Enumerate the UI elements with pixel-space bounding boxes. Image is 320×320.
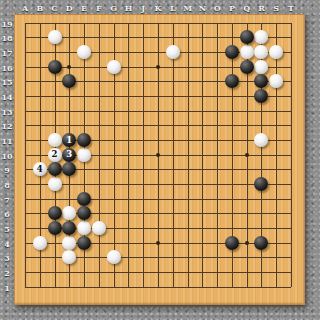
- coord-label-row-13: 13: [1, 108, 12, 116]
- stone-black-D11[interactable]: 1: [62, 133, 76, 147]
- coord-label-row-17: 17: [1, 49, 12, 57]
- coord-label-row-10: 10: [1, 152, 12, 160]
- go-app-scene: ABCDEFGHJKLMNOPQRST191817161514131211109…: [0, 0, 320, 320]
- stone-white-C10[interactable]: 2: [48, 148, 62, 162]
- coord-label-column-L: L: [170, 4, 176, 12]
- stone-black-P17[interactable]: [225, 45, 239, 59]
- move-number-label-2: 2: [52, 150, 58, 159]
- grid-line-vertical-M: [188, 23, 189, 287]
- stone-white-L17[interactable]: [166, 45, 180, 59]
- coord-label-row-1: 1: [4, 284, 10, 292]
- coord-label-column-C: C: [51, 4, 57, 12]
- stone-white-E5[interactable]: [77, 221, 91, 235]
- stone-black-D5[interactable]: [62, 221, 76, 235]
- coord-label-column-E: E: [81, 4, 87, 12]
- coord-label-row-14: 14: [1, 93, 12, 101]
- coord-label-column-K: K: [155, 4, 162, 12]
- stone-white-G3[interactable]: [107, 250, 121, 264]
- stone-black-P4[interactable]: [225, 236, 239, 250]
- stone-black-C9[interactable]: [48, 162, 62, 176]
- coord-label-row-16: 16: [1, 64, 12, 72]
- stone-white-D3[interactable]: [62, 250, 76, 264]
- coord-label-row-11: 11: [1, 137, 12, 145]
- stone-white-C8[interactable]: [48, 177, 62, 191]
- stone-black-E4[interactable]: [77, 236, 91, 250]
- coord-label-column-N: N: [199, 4, 206, 12]
- move-number-label-3: 3: [66, 150, 72, 159]
- stone-white-R17[interactable]: [254, 45, 268, 59]
- coord-label-row-7: 7: [4, 196, 10, 204]
- coord-label-column-R: R: [258, 4, 265, 12]
- coord-label-column-G: G: [110, 4, 117, 12]
- stone-black-R14[interactable]: [254, 89, 268, 103]
- coord-label-row-5: 5: [4, 225, 10, 233]
- stone-white-D6[interactable]: [62, 206, 76, 220]
- star-point-K16: [156, 65, 160, 69]
- stone-white-R16[interactable]: [254, 60, 268, 74]
- stone-white-S17[interactable]: [269, 45, 283, 59]
- stone-white-B9[interactable]: 4: [33, 162, 47, 176]
- stone-white-C11[interactable]: [48, 133, 62, 147]
- coord-label-row-2: 2: [4, 269, 10, 277]
- stone-black-C16[interactable]: [48, 60, 62, 74]
- stone-white-G16[interactable]: [107, 60, 121, 74]
- coord-label-row-8: 8: [4, 181, 10, 189]
- coord-label-column-J: J: [141, 4, 145, 12]
- coord-label-column-F: F: [96, 4, 102, 12]
- grid-line-horizontal-1: [25, 287, 291, 288]
- grid-line-vertical-O: [217, 23, 218, 287]
- star-point-K10: [156, 153, 160, 157]
- stone-black-E11[interactable]: [77, 133, 91, 147]
- grid-line-horizontal-7: [25, 199, 291, 200]
- stone-black-E6[interactable]: [77, 206, 91, 220]
- coord-label-row-15: 15: [1, 78, 12, 86]
- stone-black-D10[interactable]: 3: [62, 148, 76, 162]
- grid-line-vertical-S: [276, 23, 277, 287]
- coord-label-column-M: M: [183, 4, 192, 12]
- stone-black-R4[interactable]: [254, 236, 268, 250]
- star-point-K4: [156, 241, 160, 245]
- grid-line-vertical-T: [291, 23, 292, 287]
- coord-label-column-H: H: [125, 4, 133, 12]
- stone-white-S15[interactable]: [269, 74, 283, 88]
- stone-white-R18[interactable]: [254, 30, 268, 44]
- stone-white-Q17[interactable]: [240, 45, 254, 59]
- stone-white-C18[interactable]: [48, 30, 62, 44]
- stone-black-D15[interactable]: [62, 74, 76, 88]
- stone-black-C5[interactable]: [48, 221, 62, 235]
- star-point-Q10: [245, 153, 249, 157]
- grid-line-horizontal-8: [25, 184, 291, 185]
- coord-label-row-9: 9: [4, 166, 10, 174]
- stone-black-P15[interactable]: [225, 74, 239, 88]
- grid-line-vertical-L: [173, 23, 174, 287]
- star-point-Q4: [245, 241, 249, 245]
- coord-label-column-B: B: [36, 4, 43, 12]
- stone-white-D4[interactable]: [62, 236, 76, 250]
- stone-white-E10[interactable]: [77, 148, 91, 162]
- coord-label-row-6: 6: [4, 210, 10, 218]
- stone-white-B4[interactable]: [33, 236, 47, 250]
- grid-line-horizontal-2: [25, 272, 291, 273]
- coord-label-column-T: T: [288, 4, 294, 12]
- coord-label-column-P: P: [229, 4, 235, 12]
- stone-white-F5[interactable]: [92, 221, 106, 235]
- move-number-label-1: 1: [66, 136, 72, 145]
- stone-black-C6[interactable]: [48, 206, 62, 220]
- coord-label-row-18: 18: [1, 34, 12, 42]
- coord-label-column-S: S: [273, 4, 279, 12]
- coord-label-column-Q: Q: [243, 4, 250, 12]
- coord-label-row-12: 12: [1, 122, 12, 130]
- stone-black-E7[interactable]: [77, 192, 91, 206]
- coord-label-row-4: 4: [4, 240, 10, 248]
- star-point-D16: [67, 65, 71, 69]
- stone-white-R11[interactable]: [254, 133, 268, 147]
- stone-black-D9[interactable]: [62, 162, 76, 176]
- stone-black-R8[interactable]: [254, 177, 268, 191]
- coord-label-column-O: O: [214, 4, 221, 12]
- coord-label-column-D: D: [66, 4, 73, 12]
- stone-black-Q18[interactable]: [240, 30, 254, 44]
- stone-black-R15[interactable]: [254, 74, 268, 88]
- grid-line-vertical-N: [202, 23, 203, 287]
- stone-white-E17[interactable]: [77, 45, 91, 59]
- coord-label-row-3: 3: [4, 254, 10, 262]
- coord-label-row-19: 19: [1, 20, 12, 28]
- move-number-label-4: 4: [37, 165, 43, 174]
- stone-black-Q16[interactable]: [240, 60, 254, 74]
- coord-label-column-A: A: [22, 4, 28, 12]
